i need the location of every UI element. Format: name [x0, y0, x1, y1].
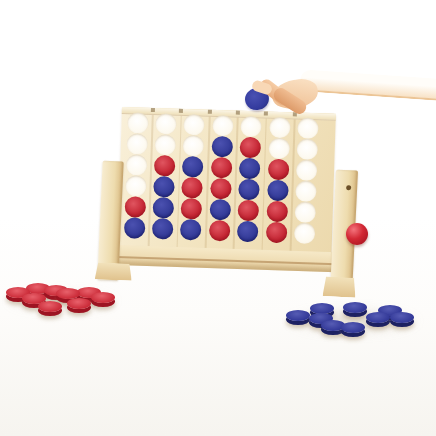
cell-r3c1 — [125, 154, 147, 176]
release-knob[interactable] — [346, 223, 368, 245]
cell-r4c4 — [210, 177, 232, 199]
blue-spare-disc[interactable] — [366, 312, 390, 323]
cell-r5c5 — [238, 199, 260, 221]
top-slot-notch — [207, 110, 211, 114]
cell-r2c7 — [296, 138, 318, 160]
cell-r5c1 — [124, 196, 146, 218]
cell-r6c4 — [209, 219, 231, 241]
cell-r3c6 — [267, 158, 289, 180]
cell-r5c6 — [266, 200, 288, 222]
cell-r1c6 — [269, 116, 291, 138]
cell-r6c5 — [237, 220, 259, 242]
top-slot-notch — [236, 111, 240, 115]
cell-r3c2 — [154, 155, 176, 177]
cell-r4c1 — [125, 175, 147, 197]
cell-r2c1 — [126, 133, 148, 155]
top-slot-notch — [179, 109, 183, 113]
red-spare-disc[interactable] — [91, 292, 115, 303]
cell-r2c5 — [240, 136, 262, 158]
player-arm — [299, 69, 436, 101]
cell-r6c1 — [123, 217, 145, 239]
cell-r1c4 — [212, 114, 234, 136]
cell-r2c6 — [268, 137, 290, 159]
cell-r3c5 — [239, 157, 261, 179]
cell-r2c2 — [154, 134, 176, 156]
pivot-hole — [346, 185, 351, 190]
red-spare-disc[interactable] — [67, 298, 91, 309]
cell-r4c2 — [153, 176, 175, 198]
cell-r5c2 — [152, 197, 174, 219]
cell-r6c6 — [265, 221, 287, 243]
cell-r2c3 — [183, 134, 205, 156]
blue-spare-disc[interactable] — [390, 312, 414, 323]
cell-r1c5 — [240, 115, 262, 137]
cell-r3c7 — [296, 159, 318, 181]
scene — [0, 0, 436, 436]
cell-r4c6 — [267, 179, 289, 201]
cell-r6c3 — [180, 218, 202, 240]
board-panel — [118, 107, 336, 256]
cell-r3c3 — [182, 155, 204, 177]
cell-r1c7 — [297, 117, 319, 139]
cell-r2c4 — [211, 135, 233, 157]
cell-r1c2 — [155, 113, 177, 135]
cell-r4c7 — [295, 180, 317, 202]
cell-r4c3 — [181, 176, 203, 198]
cell-r6c7 — [294, 222, 316, 244]
cell-r6c2 — [152, 218, 174, 240]
cell-r5c3 — [181, 197, 203, 219]
left-foot — [95, 262, 133, 280]
cell-r3c4 — [211, 156, 233, 178]
top-slot-notch — [151, 108, 155, 112]
cell-r1c1 — [127, 112, 149, 134]
right-foot — [322, 276, 356, 298]
cell-r4c5 — [238, 178, 260, 200]
blue-spare-disc[interactable] — [343, 302, 367, 313]
blue-spare-disc[interactable] — [286, 310, 310, 321]
cell-r5c4 — [209, 198, 231, 220]
top-slot-notch — [264, 111, 268, 115]
red-spare-disc[interactable] — [38, 301, 62, 312]
cell-r5c7 — [294, 201, 316, 223]
cell-r1c3 — [183, 113, 205, 135]
blue-spare-disc[interactable] — [341, 322, 365, 333]
